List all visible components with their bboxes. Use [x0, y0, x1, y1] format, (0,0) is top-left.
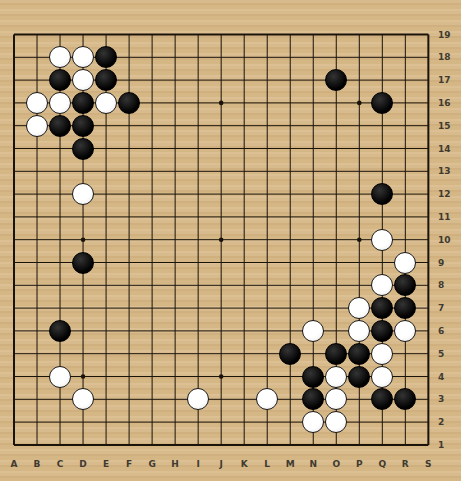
- row-label-3: 3: [438, 393, 458, 405]
- column-label-P: P: [349, 458, 369, 470]
- stone-white[interactable]: [325, 366, 347, 388]
- column-label-I: I: [188, 458, 208, 470]
- stone-white[interactable]: [394, 252, 416, 274]
- row-label-15: 15: [438, 120, 458, 132]
- row-label-1: 1: [438, 439, 458, 451]
- stone-white[interactable]: [26, 92, 48, 114]
- stone-white[interactable]: [95, 92, 117, 114]
- row-label-8: 8: [438, 279, 458, 291]
- stone-black[interactable]: [348, 343, 370, 365]
- stone-black[interactable]: [72, 115, 94, 137]
- stone-white[interactable]: [302, 320, 324, 342]
- row-label-9: 9: [438, 257, 458, 269]
- stone-white[interactable]: [371, 343, 393, 365]
- column-label-D: D: [73, 458, 93, 470]
- stone-black[interactable]: [49, 320, 71, 342]
- row-label-17: 17: [438, 74, 458, 86]
- stone-black[interactable]: [72, 138, 94, 160]
- stone-black[interactable]: [72, 252, 94, 274]
- row-label-6: 6: [438, 325, 458, 337]
- column-label-R: R: [395, 458, 415, 470]
- column-label-M: M: [280, 458, 300, 470]
- stone-white[interactable]: [371, 366, 393, 388]
- stone-black[interactable]: [49, 115, 71, 137]
- row-label-16: 16: [438, 97, 458, 109]
- column-label-G: G: [142, 458, 162, 470]
- stone-white[interactable]: [49, 92, 71, 114]
- stone-black[interactable]: [95, 69, 117, 91]
- go-board-screen: ABCDEFGHIJKLMNOPQRS 19181716151413121110…: [0, 0, 461, 481]
- row-label-4: 4: [438, 371, 458, 383]
- column-label-S: S: [418, 458, 438, 470]
- row-label-13: 13: [438, 165, 458, 177]
- stone-black[interactable]: [302, 366, 324, 388]
- column-label-H: H: [165, 458, 185, 470]
- stone-black[interactable]: [118, 92, 140, 114]
- row-label-11: 11: [438, 211, 458, 223]
- column-label-A: A: [4, 458, 24, 470]
- row-label-18: 18: [438, 51, 458, 63]
- column-label-J: J: [211, 458, 231, 470]
- stone-black[interactable]: [279, 343, 301, 365]
- stone-black[interactable]: [72, 92, 94, 114]
- row-label-5: 5: [438, 348, 458, 360]
- stone-white[interactable]: [72, 183, 94, 205]
- stone-white[interactable]: [49, 366, 71, 388]
- row-label-19: 19: [438, 29, 458, 41]
- column-label-F: F: [119, 458, 139, 470]
- column-label-Q: Q: [372, 458, 392, 470]
- row-label-14: 14: [438, 143, 458, 155]
- column-label-K: K: [234, 458, 254, 470]
- stone-black[interactable]: [325, 343, 347, 365]
- column-label-O: O: [326, 458, 346, 470]
- column-label-C: C: [50, 458, 70, 470]
- stone-white[interactable]: [72, 69, 94, 91]
- stone-white[interactable]: [371, 229, 393, 251]
- column-label-L: L: [257, 458, 277, 470]
- row-label-2: 2: [438, 416, 458, 428]
- stone-white[interactable]: [26, 115, 48, 137]
- row-label-7: 7: [438, 302, 458, 314]
- stone-black[interactable]: [49, 69, 71, 91]
- column-label-N: N: [303, 458, 323, 470]
- row-label-12: 12: [438, 188, 458, 200]
- column-label-E: E: [96, 458, 116, 470]
- column-label-B: B: [27, 458, 47, 470]
- row-label-10: 10: [438, 234, 458, 246]
- stone-black[interactable]: [348, 366, 370, 388]
